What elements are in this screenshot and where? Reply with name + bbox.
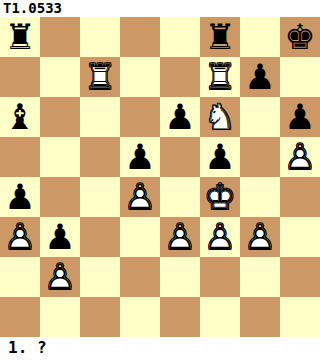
puzzle-id-title: T1.0533 bbox=[0, 0, 320, 17]
piece-black-rook[interactable]: ♜ bbox=[200, 17, 240, 57]
piece-black-pawn[interactable]: ♟ bbox=[120, 137, 160, 177]
black-rook-icon: ♜ bbox=[200, 17, 240, 57]
square-b7[interactable] bbox=[40, 57, 80, 97]
square-c8[interactable] bbox=[80, 17, 120, 57]
white-knight-outline-icon: ♘ bbox=[200, 97, 240, 137]
square-c6[interactable] bbox=[80, 97, 120, 137]
square-f8[interactable]: ♜ bbox=[200, 17, 240, 57]
black-pawn-icon: ♟ bbox=[120, 137, 160, 177]
square-h1[interactable] bbox=[280, 297, 320, 337]
square-f2[interactable] bbox=[200, 257, 240, 297]
square-g8[interactable] bbox=[240, 17, 280, 57]
square-a7[interactable] bbox=[0, 57, 40, 97]
piece-black-pawn[interactable]: ♟ bbox=[240, 57, 280, 97]
square-h2[interactable] bbox=[280, 257, 320, 297]
square-h8[interactable]: ♚ bbox=[280, 17, 320, 57]
square-d8[interactable] bbox=[120, 17, 160, 57]
black-rook-icon: ♜ bbox=[0, 17, 40, 57]
square-a6[interactable]: ♝ bbox=[0, 97, 40, 137]
square-e7[interactable] bbox=[160, 57, 200, 97]
square-e1[interactable] bbox=[160, 297, 200, 337]
white-pawn-outline-icon: ♙ bbox=[120, 177, 160, 217]
piece-white-pawn[interactable]: ♟♙ bbox=[0, 217, 40, 257]
square-a2[interactable] bbox=[0, 257, 40, 297]
square-g1[interactable] bbox=[240, 297, 280, 337]
black-bishop-icon: ♝ bbox=[0, 97, 40, 137]
piece-black-bishop[interactable]: ♝ bbox=[0, 97, 40, 137]
white-pawn-outline-icon: ♙ bbox=[200, 217, 240, 257]
black-pawn-icon: ♟ bbox=[160, 97, 200, 137]
square-b2[interactable]: ♟♙ bbox=[40, 257, 80, 297]
black-pawn-icon: ♟ bbox=[0, 177, 40, 217]
piece-black-pawn[interactable]: ♟ bbox=[40, 217, 80, 257]
square-c1[interactable] bbox=[80, 297, 120, 337]
piece-black-rook[interactable]: ♜ bbox=[0, 17, 40, 57]
square-f6[interactable]: ♞♘ bbox=[200, 97, 240, 137]
piece-black-pawn[interactable]: ♟ bbox=[160, 97, 200, 137]
square-h6[interactable]: ♟ bbox=[280, 97, 320, 137]
square-b5[interactable] bbox=[40, 137, 80, 177]
move-prompt: 1. ? bbox=[0, 337, 320, 360]
square-d1[interactable] bbox=[120, 297, 160, 337]
white-rook-outline-icon: ♖ bbox=[80, 57, 120, 97]
white-pawn-outline-icon: ♙ bbox=[0, 217, 40, 257]
piece-white-pawn[interactable]: ♟♙ bbox=[40, 257, 80, 297]
square-f5[interactable]: ♟ bbox=[200, 137, 240, 177]
white-rook-outline-icon: ♖ bbox=[200, 57, 240, 97]
square-b6[interactable] bbox=[40, 97, 80, 137]
square-e2[interactable] bbox=[160, 257, 200, 297]
piece-white-pawn[interactable]: ♟♙ bbox=[280, 137, 320, 177]
square-g5[interactable] bbox=[240, 137, 280, 177]
square-e5[interactable] bbox=[160, 137, 200, 177]
square-a1[interactable] bbox=[0, 297, 40, 337]
square-f3[interactable]: ♟♙ bbox=[200, 217, 240, 257]
white-pawn-outline-icon: ♙ bbox=[160, 217, 200, 257]
square-e3[interactable]: ♟♙ bbox=[160, 217, 200, 257]
square-d7[interactable] bbox=[120, 57, 160, 97]
black-pawn-icon: ♟ bbox=[40, 217, 80, 257]
black-pawn-icon: ♟ bbox=[280, 97, 320, 137]
square-d6[interactable] bbox=[120, 97, 160, 137]
piece-white-rook[interactable]: ♜♖ bbox=[200, 57, 240, 97]
square-e4[interactable] bbox=[160, 177, 200, 217]
piece-white-pawn[interactable]: ♟♙ bbox=[240, 217, 280, 257]
square-h4[interactable] bbox=[280, 177, 320, 217]
square-c5[interactable] bbox=[80, 137, 120, 177]
square-b1[interactable] bbox=[40, 297, 80, 337]
square-h7[interactable] bbox=[280, 57, 320, 97]
square-b3[interactable]: ♟ bbox=[40, 217, 80, 257]
square-g3[interactable]: ♟♙ bbox=[240, 217, 280, 257]
square-d4[interactable]: ♟♙ bbox=[120, 177, 160, 217]
square-e8[interactable] bbox=[160, 17, 200, 57]
piece-white-pawn[interactable]: ♟♙ bbox=[120, 177, 160, 217]
square-b8[interactable] bbox=[40, 17, 80, 57]
square-g2[interactable] bbox=[240, 257, 280, 297]
white-pawn-outline-icon: ♙ bbox=[40, 257, 80, 297]
black-king-icon: ♚ bbox=[280, 17, 320, 57]
square-f1[interactable] bbox=[200, 297, 240, 337]
square-h3[interactable] bbox=[280, 217, 320, 257]
square-d5[interactable]: ♟ bbox=[120, 137, 160, 177]
piece-white-pawn[interactable]: ♟♙ bbox=[160, 217, 200, 257]
white-pawn-outline-icon: ♙ bbox=[240, 217, 280, 257]
square-c7[interactable]: ♜♖ bbox=[80, 57, 120, 97]
square-c2[interactable] bbox=[80, 257, 120, 297]
piece-white-king[interactable]: ♚♔ bbox=[200, 177, 240, 217]
square-a5[interactable] bbox=[0, 137, 40, 177]
square-e6[interactable]: ♟ bbox=[160, 97, 200, 137]
square-a4[interactable]: ♟ bbox=[0, 177, 40, 217]
black-pawn-icon: ♟ bbox=[200, 137, 240, 177]
white-pawn-outline-icon: ♙ bbox=[280, 137, 320, 177]
piece-white-pawn[interactable]: ♟♙ bbox=[200, 217, 240, 257]
square-b4[interactable] bbox=[40, 177, 80, 217]
piece-black-pawn[interactable]: ♟ bbox=[200, 137, 240, 177]
square-g4[interactable] bbox=[240, 177, 280, 217]
black-pawn-icon: ♟ bbox=[240, 57, 280, 97]
square-c3[interactable] bbox=[80, 217, 120, 257]
square-f7[interactable]: ♜♖ bbox=[200, 57, 240, 97]
piece-black-king[interactable]: ♚ bbox=[280, 17, 320, 57]
square-a8[interactable]: ♜ bbox=[0, 17, 40, 57]
square-d3[interactable] bbox=[120, 217, 160, 257]
square-c4[interactable] bbox=[80, 177, 120, 217]
piece-white-knight[interactable]: ♞♘ bbox=[200, 97, 240, 137]
square-f4[interactable]: ♚♔ bbox=[200, 177, 240, 217]
square-h5[interactable]: ♟♙ bbox=[280, 137, 320, 177]
chess-board: ♜♜♚♜♖♜♖♟♝♟♞♘♟♟♟♟♙♟♟♙♚♔♟♙♟♟♙♟♙♟♙♟♙ bbox=[0, 17, 320, 337]
piece-black-pawn[interactable]: ♟ bbox=[280, 97, 320, 137]
piece-white-rook[interactable]: ♜♖ bbox=[80, 57, 120, 97]
square-g6[interactable] bbox=[240, 97, 280, 137]
piece-black-pawn[interactable]: ♟ bbox=[0, 177, 40, 217]
square-g7[interactable]: ♟ bbox=[240, 57, 280, 97]
square-d2[interactable] bbox=[120, 257, 160, 297]
white-king-outline-icon: ♔ bbox=[200, 177, 240, 217]
square-a3[interactable]: ♟♙ bbox=[0, 217, 40, 257]
